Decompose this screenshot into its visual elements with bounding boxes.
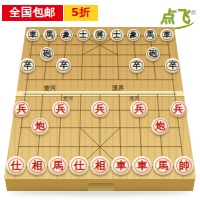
black-piece-c[interactable]: 砲 <box>146 47 161 61</box>
red-piece-n[interactable]: 馬 <box>48 156 68 175</box>
piece-character: 卒 <box>132 61 140 69</box>
piece-character: 卒 <box>59 61 67 69</box>
black-piece-r[interactable]: 車 <box>160 29 174 42</box>
black-piece-p[interactable]: 卒 <box>165 58 181 73</box>
piece-character: 馬 <box>147 31 154 38</box>
red-piece-p[interactable]: 兵 <box>130 101 148 118</box>
red-piece-p[interactable]: 兵 <box>91 101 109 118</box>
piece-character: 馬 <box>53 160 64 171</box>
piece-character: 馬 <box>158 160 169 171</box>
red-piece-a[interactable]: 仕 <box>6 156 26 175</box>
red-piece-c[interactable]: 炮 <box>31 118 49 135</box>
piece-character: 仕 <box>11 160 22 171</box>
red-piece-k[interactable]: 帥 <box>174 156 194 175</box>
black-piece-p[interactable]: 卒 <box>56 58 72 73</box>
red-piece-a[interactable]: 仕 <box>69 156 89 175</box>
piece-character: 砲 <box>149 50 157 58</box>
black-piece-r[interactable]: 車 <box>26 29 40 42</box>
red-piece-b[interactable]: 相 <box>27 156 47 175</box>
black-piece-n[interactable]: 馬 <box>43 29 57 42</box>
piece-character: 馬 <box>46 31 53 38</box>
piece-character: 車 <box>137 160 148 171</box>
river-label-han: 漢界 <box>111 84 124 91</box>
red-piece-p[interactable]: 兵 <box>170 101 188 118</box>
red-piece-c[interactable]: 炮 <box>151 118 169 135</box>
piece-character: 炮 <box>35 121 45 131</box>
piece-character: 炮 <box>155 121 165 131</box>
piece-character: 象 <box>130 31 137 38</box>
piece-character: 將 <box>96 31 103 38</box>
piece-character: 卒 <box>23 61 31 69</box>
piece-character: 相 <box>32 160 43 171</box>
piece-character: 兵 <box>174 104 183 113</box>
river-label-chu: 楚河 <box>43 84 56 92</box>
piece-character: 車 <box>116 160 127 171</box>
black-piece-p[interactable]: 卒 <box>20 58 36 73</box>
red-piece-r[interactable]: 車 <box>111 156 131 175</box>
piece-character: 車 <box>163 31 170 38</box>
piece-character: 卒 <box>168 61 176 69</box>
piece-character: 仕 <box>74 160 85 171</box>
piece-character: 帥 <box>179 160 190 171</box>
piece-character: 士 <box>80 31 87 38</box>
piece-character: 士 <box>113 31 120 38</box>
piece-character: 兵 <box>95 104 104 113</box>
red-piece-n[interactable]: 馬 <box>153 156 173 175</box>
piece-character: 砲 <box>43 50 51 58</box>
product-photo: 全国包邮 5折 点飞® 楚河漢界楚河漢界 車馬象士將士象馬車砲砲卒卒卒卒兵兵兵兵… <box>0 0 200 200</box>
black-piece-c[interactable]: 砲 <box>40 47 55 61</box>
piece-character: 兵 <box>134 104 143 113</box>
piece-character: 兵 <box>56 104 65 113</box>
board-shadow <box>10 189 190 195</box>
black-piece-k[interactable]: 將 <box>93 29 107 42</box>
red-piece-p[interactable]: 兵 <box>52 101 70 118</box>
piece-character: 象 <box>63 31 70 38</box>
black-piece-a[interactable]: 士 <box>110 29 124 42</box>
piece-character: 車 <box>29 31 36 38</box>
piece-character: 相 <box>95 160 106 171</box>
black-piece-p[interactable]: 卒 <box>129 58 145 73</box>
red-piece-r[interactable]: 車 <box>132 156 152 175</box>
piece-character: 兵 <box>17 104 26 113</box>
red-piece-b[interactable]: 相 <box>90 156 110 175</box>
